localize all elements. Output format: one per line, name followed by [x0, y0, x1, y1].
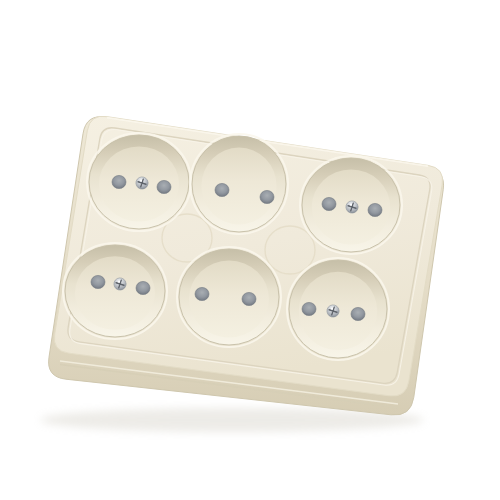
pin-hole	[351, 307, 365, 320]
socket-3	[300, 156, 402, 254]
pin-hole	[368, 203, 382, 216]
pin-hole	[260, 190, 274, 203]
socket-5	[177, 247, 281, 347]
sockets	[63, 133, 402, 360]
socket-2	[190, 134, 288, 234]
pin-hole	[242, 292, 256, 305]
pin-hole	[195, 287, 209, 300]
pin-hole	[91, 275, 105, 288]
socket-floor	[201, 148, 276, 225]
pin-hole	[215, 183, 229, 196]
pin-hole	[112, 175, 126, 188]
socket-1	[87, 133, 191, 231]
socket-6	[287, 258, 389, 360]
product-photo	[0, 0, 500, 500]
pin-hole	[302, 302, 316, 315]
socket-4	[63, 243, 167, 339]
pin-hole	[136, 281, 150, 294]
pin-hole	[157, 180, 171, 193]
pin-hole	[322, 197, 336, 210]
outlet-illustration	[0, 0, 500, 500]
